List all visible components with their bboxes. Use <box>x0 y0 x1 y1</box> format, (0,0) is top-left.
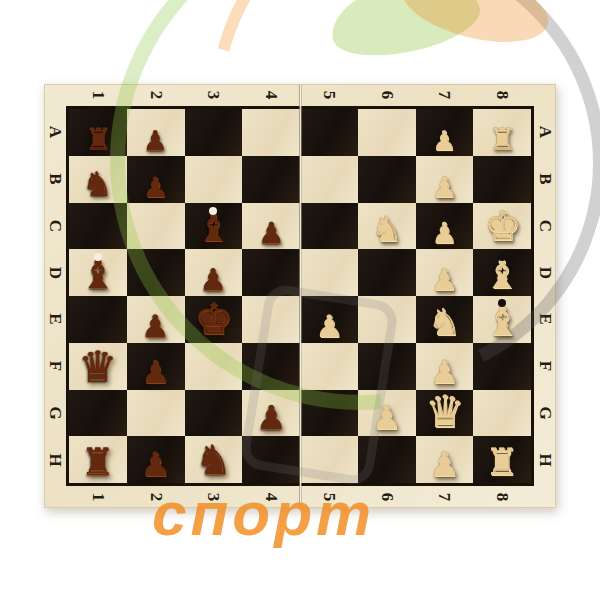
square-F2 <box>127 343 185 390</box>
square-B3 <box>185 156 243 203</box>
square-F7 <box>416 343 474 390</box>
square-H1 <box>69 436 127 483</box>
square-F5 <box>300 343 358 390</box>
square-C2 <box>127 203 185 250</box>
square-E4 <box>242 296 300 343</box>
square-E3 <box>185 296 243 343</box>
square-H4 <box>242 436 300 483</box>
square-H6 <box>358 436 416 483</box>
square-D4 <box>242 249 300 296</box>
square-E7 <box>416 296 474 343</box>
square-D8 <box>473 249 531 296</box>
square-C5 <box>300 203 358 250</box>
square-A7 <box>416 109 474 156</box>
rank-label-left-F: F <box>45 356 65 376</box>
square-D5 <box>300 249 358 296</box>
file-label-top-3: 3 <box>203 85 223 105</box>
rank-label-right-C: C <box>535 216 555 236</box>
square-B6 <box>358 156 416 203</box>
square-C1 <box>69 203 127 250</box>
square-H3 <box>185 436 243 483</box>
product-photo: 1122334455667788AABBCCDDEEFFGGHH ♜♟♟♜♞♟♟… <box>0 0 600 600</box>
square-E6 <box>358 296 416 343</box>
rank-label-right-D: D <box>535 263 555 283</box>
square-B2 <box>127 156 185 203</box>
rank-label-right-E: E <box>535 309 555 329</box>
file-label-top-4: 4 <box>261 85 281 105</box>
square-D7 <box>416 249 474 296</box>
square-B1 <box>69 156 127 203</box>
square-C8 <box>473 203 531 250</box>
rank-label-right-F: F <box>535 356 555 376</box>
file-label-top-1: 1 <box>88 85 108 105</box>
file-label-top-5: 5 <box>319 85 339 105</box>
square-G5 <box>300 390 358 437</box>
square-B8 <box>473 156 531 203</box>
square-A1 <box>69 109 127 156</box>
rank-label-left-A: A <box>45 122 65 142</box>
rank-label-left-B: B <box>45 169 65 189</box>
file-label-bottom-1: 1 <box>88 487 108 507</box>
square-F3 <box>185 343 243 390</box>
square-C7 <box>416 203 474 250</box>
square-E1 <box>69 296 127 343</box>
rank-label-left-G: G <box>45 403 65 423</box>
square-G4 <box>242 390 300 437</box>
watermark-green-leaf-icon <box>324 0 485 67</box>
square-C6 <box>358 203 416 250</box>
square-H7 <box>416 436 474 483</box>
square-G2 <box>127 390 185 437</box>
chess-board: 1122334455667788AABBCCDDEEFFGGHH ♜♟♟♜♞♟♟… <box>44 84 556 508</box>
square-B5 <box>300 156 358 203</box>
square-A5 <box>300 109 358 156</box>
rank-label-right-A: A <box>535 122 555 142</box>
square-D1 <box>69 249 127 296</box>
rank-label-left-H: H <box>45 450 65 470</box>
square-F1 <box>69 343 127 390</box>
rank-label-left-C: C <box>45 216 65 236</box>
square-G6 <box>358 390 416 437</box>
square-B4 <box>242 156 300 203</box>
square-G7 <box>416 390 474 437</box>
square-D2 <box>127 249 185 296</box>
watermark-brand-text: спорт <box>152 478 452 549</box>
file-label-top-7: 7 <box>434 85 454 105</box>
rank-label-right-H: H <box>535 450 555 470</box>
rank-label-left-E: E <box>45 309 65 329</box>
square-E8 <box>473 296 531 343</box>
square-A3 <box>185 109 243 156</box>
rank-label-left-D: D <box>45 263 65 283</box>
square-E5 <box>300 296 358 343</box>
square-E2 <box>127 296 185 343</box>
file-label-top-6: 6 <box>377 85 397 105</box>
square-B7 <box>416 156 474 203</box>
file-label-top-2: 2 <box>146 85 166 105</box>
square-C4 <box>242 203 300 250</box>
square-A6 <box>358 109 416 156</box>
file-label-bottom-8: 8 <box>492 487 512 507</box>
square-G8 <box>473 390 531 437</box>
file-label-top-8: 8 <box>492 85 512 105</box>
rank-label-right-G: G <box>535 403 555 423</box>
square-H5 <box>300 436 358 483</box>
square-A2 <box>127 109 185 156</box>
square-A4 <box>242 109 300 156</box>
square-D3 <box>185 249 243 296</box>
square-H8 <box>473 436 531 483</box>
square-D6 <box>358 249 416 296</box>
watermark-orange-leaf-icon <box>394 0 555 55</box>
square-G3 <box>185 390 243 437</box>
rank-label-right-B: B <box>535 169 555 189</box>
square-C3 <box>185 203 243 250</box>
square-G1 <box>69 390 127 437</box>
square-H2 <box>127 436 185 483</box>
square-A8 <box>473 109 531 156</box>
square-F6 <box>358 343 416 390</box>
square-F4 <box>242 343 300 390</box>
square-F8 <box>473 343 531 390</box>
board-fold-seam <box>299 84 302 508</box>
